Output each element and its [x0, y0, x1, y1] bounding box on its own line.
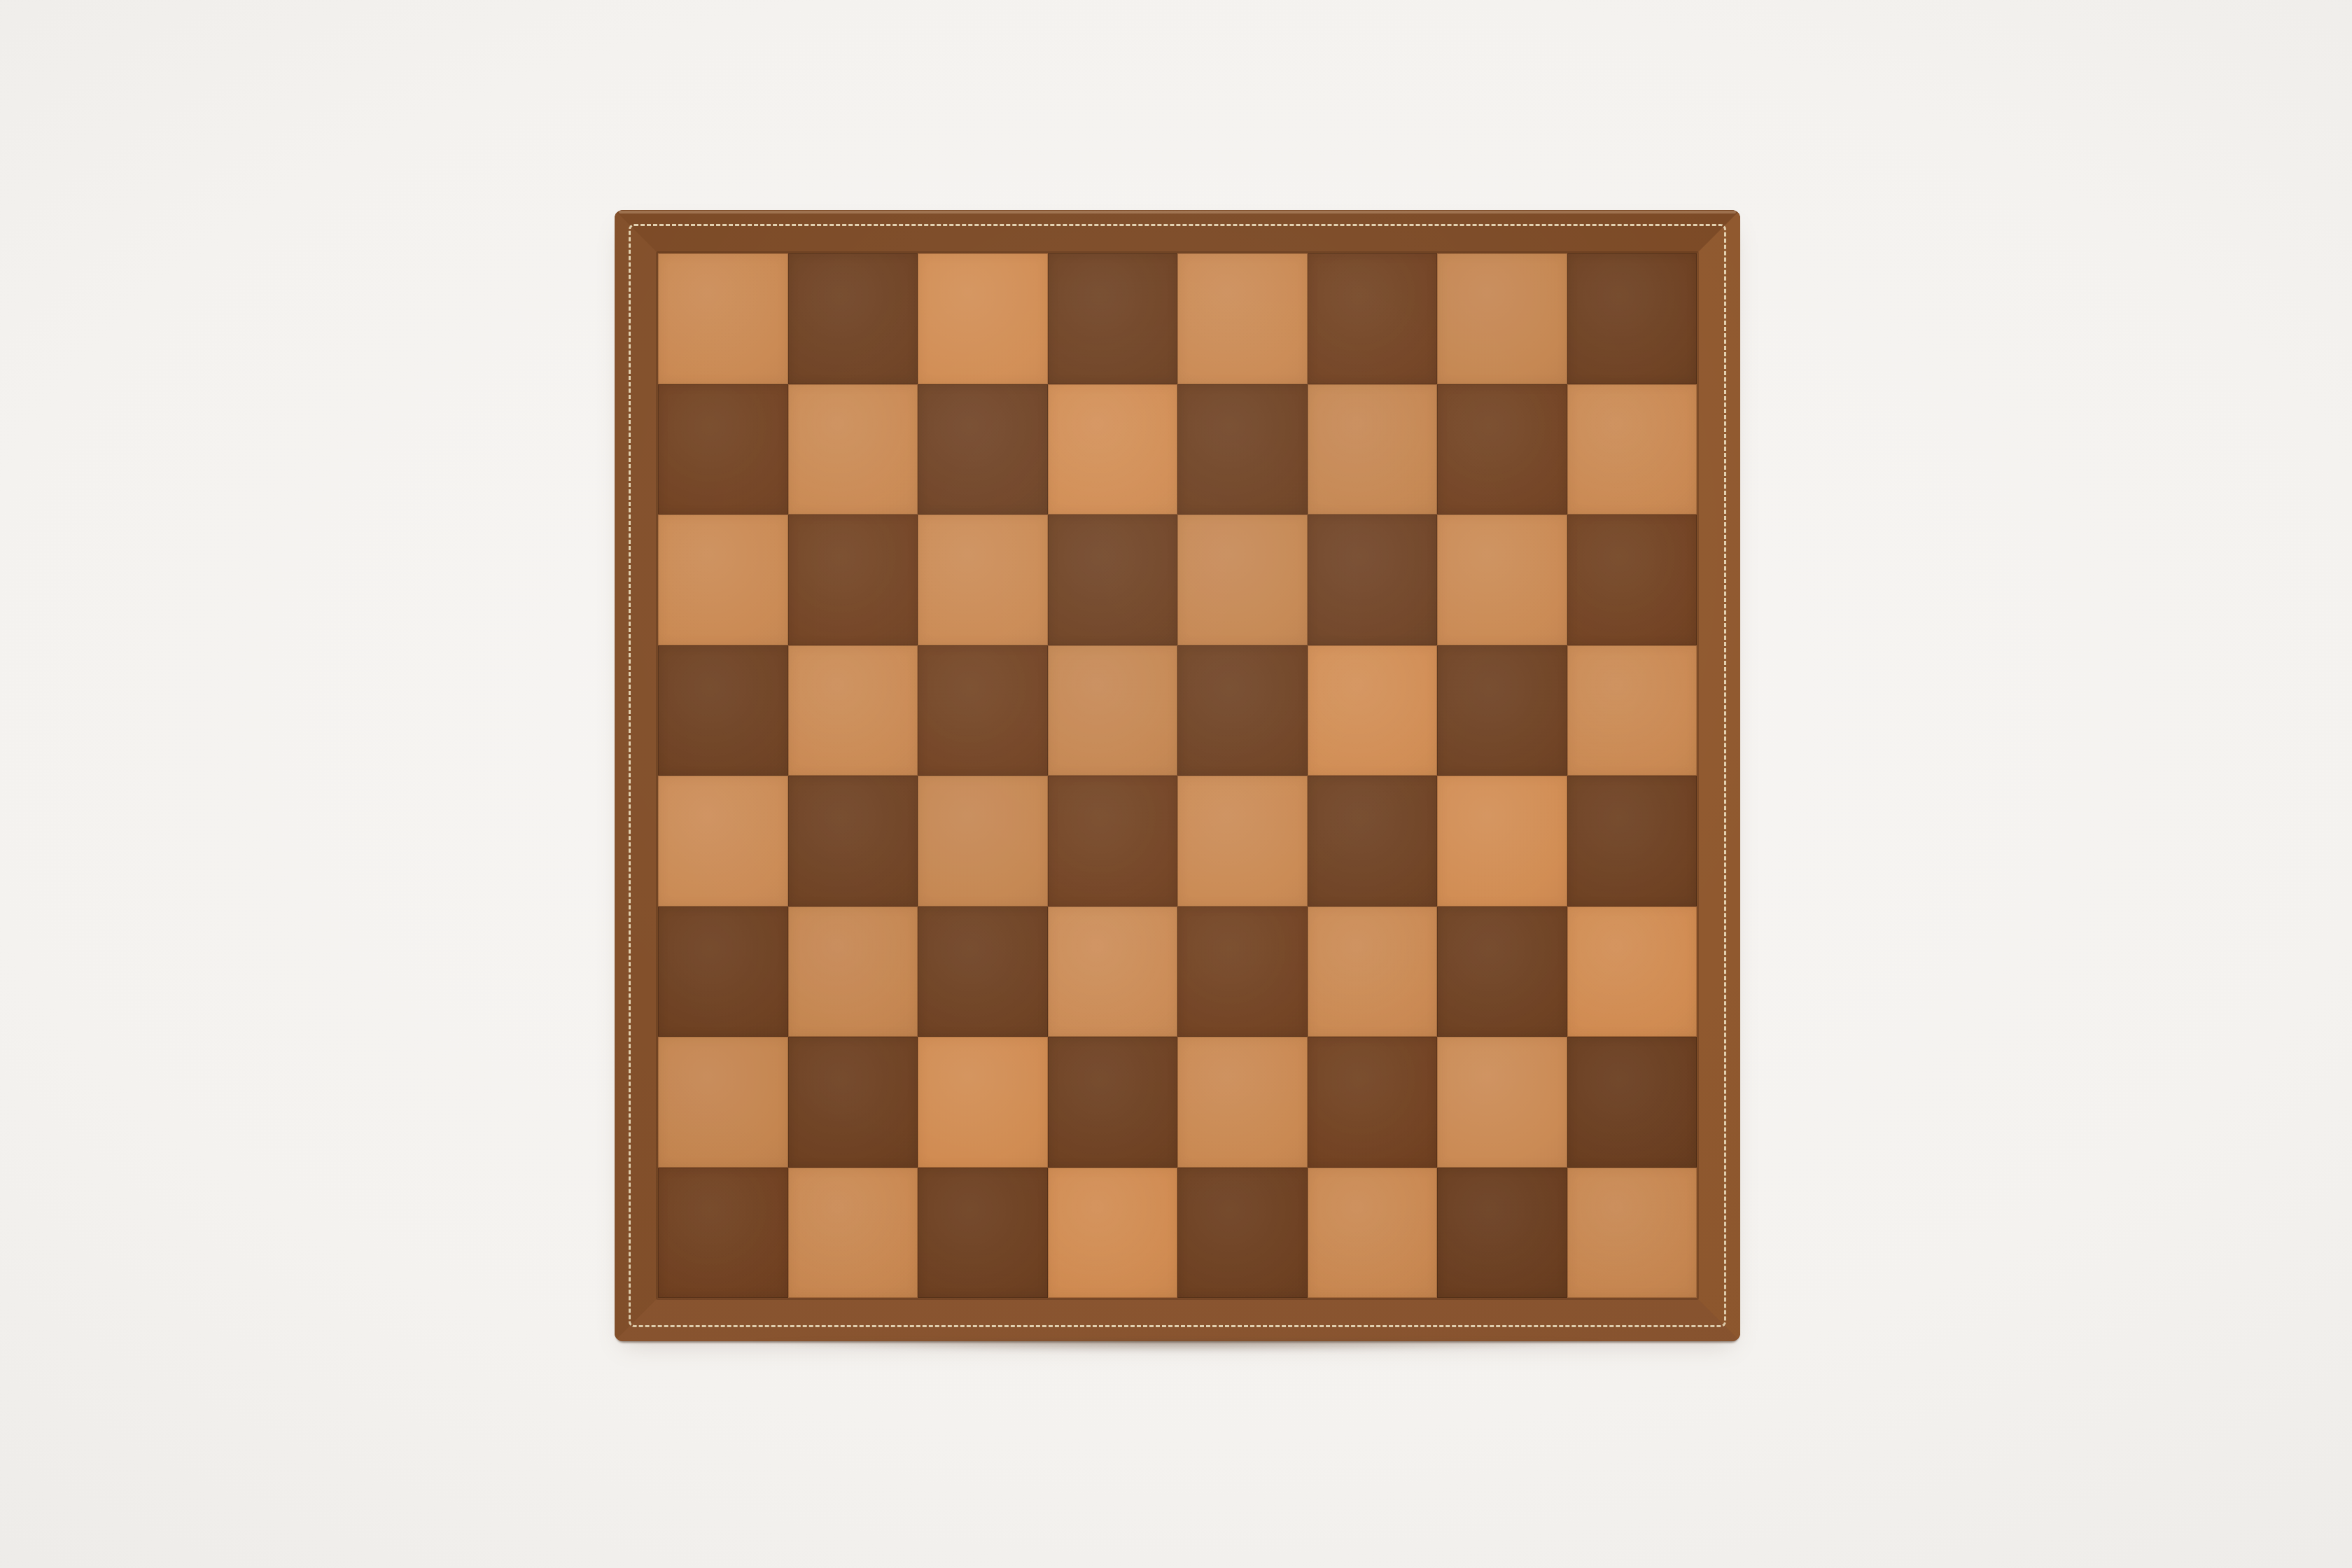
square-a6	[658, 514, 788, 645]
square-c2	[918, 1037, 1048, 1168]
square-d7	[1048, 384, 1178, 515]
square-b2	[788, 1037, 918, 1168]
square-g8	[1437, 253, 1567, 384]
square-b1	[788, 1168, 918, 1298]
square-e7	[1177, 384, 1308, 515]
square-h4	[1567, 776, 1697, 906]
square-g7	[1437, 384, 1567, 515]
square-h5	[1567, 645, 1697, 776]
square-a4	[658, 776, 788, 906]
square-e5	[1177, 645, 1308, 776]
square-g2	[1437, 1037, 1567, 1168]
square-d4	[1048, 776, 1178, 906]
square-b4	[788, 776, 918, 906]
square-h2	[1567, 1037, 1697, 1168]
square-e4	[1177, 776, 1308, 906]
square-d1	[1048, 1168, 1178, 1298]
square-f6	[1308, 514, 1438, 645]
square-a8	[658, 253, 788, 384]
square-f1	[1308, 1168, 1438, 1298]
square-a7	[658, 384, 788, 515]
square-h8	[1567, 253, 1697, 384]
square-c8	[918, 253, 1048, 384]
square-h7	[1567, 384, 1697, 515]
square-f2	[1308, 1037, 1438, 1168]
square-b7	[788, 384, 918, 515]
square-c1	[918, 1168, 1048, 1298]
square-f7	[1308, 384, 1438, 515]
square-b8	[788, 253, 918, 384]
square-d3	[1048, 906, 1178, 1037]
square-d8	[1048, 253, 1178, 384]
square-a2	[658, 1037, 788, 1168]
square-a3	[658, 906, 788, 1037]
square-e1	[1177, 1168, 1308, 1298]
square-h1	[1567, 1168, 1697, 1298]
square-d6	[1048, 514, 1178, 645]
chessboard	[615, 210, 1740, 1341]
square-b6	[788, 514, 918, 645]
square-g1	[1437, 1168, 1567, 1298]
square-g4	[1437, 776, 1567, 906]
studio-background	[0, 0, 2352, 1568]
square-f4	[1308, 776, 1438, 906]
square-c3	[918, 906, 1048, 1037]
square-e2	[1177, 1037, 1308, 1168]
square-b3	[788, 906, 918, 1037]
square-g3	[1437, 906, 1567, 1037]
square-f8	[1308, 253, 1438, 384]
square-f3	[1308, 906, 1438, 1037]
square-h6	[1567, 514, 1697, 645]
square-a5	[658, 645, 788, 776]
square-h3	[1567, 906, 1697, 1037]
square-d5	[1048, 645, 1178, 776]
square-e6	[1177, 514, 1308, 645]
square-g6	[1437, 514, 1567, 645]
square-e3	[1177, 906, 1308, 1037]
square-f5	[1308, 645, 1438, 776]
square-a1	[658, 1168, 788, 1298]
square-c4	[918, 776, 1048, 906]
board-squares	[658, 253, 1697, 1298]
square-c7	[918, 384, 1048, 515]
board-shadow	[623, 1340, 1732, 1356]
square-b5	[788, 645, 918, 776]
square-e8	[1177, 253, 1308, 384]
square-c5	[918, 645, 1048, 776]
square-c6	[918, 514, 1048, 645]
square-g5	[1437, 645, 1567, 776]
square-d2	[1048, 1037, 1178, 1168]
